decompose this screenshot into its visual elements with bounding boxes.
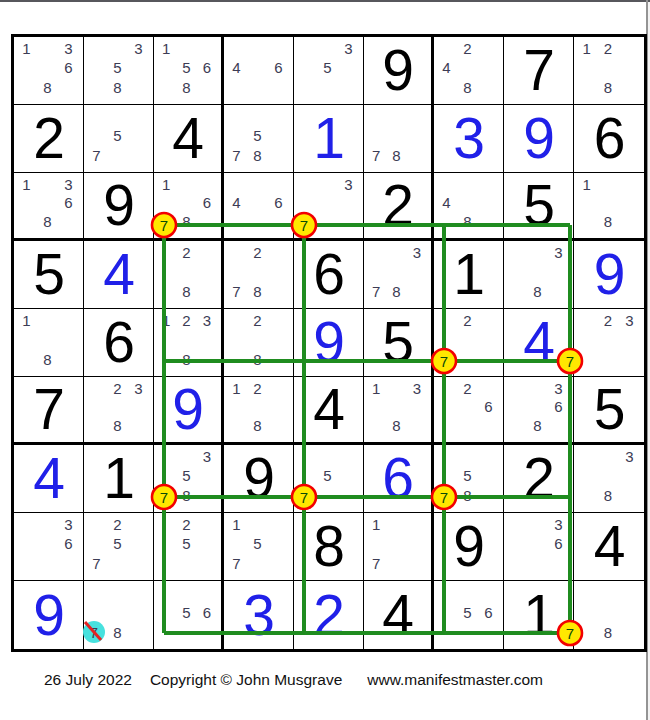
pencil-mark xyxy=(407,107,427,126)
pencil-mark xyxy=(527,262,548,281)
pencil-mark xyxy=(548,262,569,281)
cell-r9c9[interactable]: 8 xyxy=(574,581,644,649)
cell-r9c6[interactable]: 4 xyxy=(364,581,434,649)
pencil-mark xyxy=(386,379,406,398)
pencil-mark: 2 xyxy=(107,379,128,398)
pencil-mark xyxy=(107,603,128,623)
cell-r2c4[interactable]: 578 xyxy=(224,105,294,173)
pencil-mark xyxy=(548,282,569,301)
pencil-mark: 6 xyxy=(478,398,499,417)
pencil-mark xyxy=(268,416,289,435)
cell-value: 5 xyxy=(504,173,573,238)
cell-r9c7[interactable]: 56 xyxy=(434,581,504,649)
pencil-mark xyxy=(226,243,247,262)
cell-r6c8[interactable]: 368 xyxy=(504,377,574,445)
pencil-grid: 128 xyxy=(576,39,640,97)
pencil-mark xyxy=(527,398,548,417)
pencil-mark xyxy=(619,39,640,58)
pencil-mark xyxy=(16,554,37,573)
pencil-mark xyxy=(268,175,289,194)
pencil-mark xyxy=(176,175,196,194)
cell-value: 1 xyxy=(294,105,363,172)
cell-r9c2[interactable]: 8 xyxy=(84,581,154,649)
cell-r4c6[interactable]: 378 xyxy=(364,241,434,309)
pencil-mark xyxy=(457,350,478,369)
pencil-mark: 5 xyxy=(457,603,478,623)
pencil-mark xyxy=(197,515,217,534)
pencil-mark xyxy=(247,58,268,77)
pencil-grid: 278 xyxy=(226,243,289,301)
pencil-mark: 6 xyxy=(548,534,569,553)
pencil-mark xyxy=(457,447,478,466)
cell-r7c5[interactable]: 5 xyxy=(294,445,364,513)
pencil-grid: 38 xyxy=(506,243,569,301)
pencil-mark xyxy=(86,622,107,642)
pencil-mark xyxy=(597,194,618,213)
pencil-mark xyxy=(619,78,640,97)
cell-r3c8[interactable]: 5 xyxy=(504,173,574,241)
pencil-mark: 8 xyxy=(386,282,406,301)
cell-r6c2[interactable]: 238 xyxy=(84,377,154,445)
pencil-mark xyxy=(338,78,359,97)
cell-r9c8[interactable]: 1 xyxy=(504,581,574,649)
cell-r2c2[interactable]: 57 xyxy=(84,105,154,173)
cell-r4c5[interactable]: 6 xyxy=(294,241,364,309)
cell-r2c1[interactable]: 2 xyxy=(14,105,84,173)
cell-r4c3[interactable]: 28 xyxy=(154,241,224,309)
cell-r5c8[interactable]: 4 xyxy=(504,309,574,377)
cell-r1c4[interactable]: 46 xyxy=(224,37,294,105)
cell-r3c4[interactable]: 46 xyxy=(224,173,294,241)
pencil-mark xyxy=(619,350,640,369)
pencil-mark xyxy=(247,212,268,231)
pencil-mark xyxy=(548,416,569,435)
cell-r5c7[interactable]: 2 xyxy=(434,309,504,377)
pencil-mark: 1 xyxy=(366,515,386,534)
pencil-mark xyxy=(86,398,107,417)
pencil-mark xyxy=(156,466,176,485)
cell-r8c5[interactable]: 8 xyxy=(294,513,364,581)
pencil-grid: 23 xyxy=(576,311,640,369)
pencil-mark xyxy=(86,603,107,623)
pencil-grid: 368 xyxy=(506,379,569,435)
pencil-mark: 6 xyxy=(58,58,79,77)
pencil-mark xyxy=(576,603,597,623)
pencil-mark: 5 xyxy=(247,126,268,145)
pencil-mark xyxy=(296,78,317,97)
pencil-mark xyxy=(156,212,176,231)
cell-r3c5[interactable]: 3 xyxy=(294,173,364,241)
pencil-mark: 4 xyxy=(226,194,247,213)
pencil-mark xyxy=(436,175,457,194)
pencil-mark xyxy=(478,583,499,603)
pencil-mark xyxy=(37,554,58,573)
window-top-edge xyxy=(0,0,650,2)
cell-r6c9[interactable]: 5 xyxy=(574,377,644,445)
cell-value: 2 xyxy=(364,173,431,238)
cell-r8c3[interactable]: 25 xyxy=(154,513,224,581)
pencil-mark xyxy=(268,243,289,262)
cell-r1c1[interactable]: 1368 xyxy=(14,37,84,105)
pencil-mark: 7 xyxy=(226,554,247,573)
cell-r6c4[interactable]: 128 xyxy=(224,377,294,445)
pencil-mark xyxy=(527,379,548,398)
pencil-mark xyxy=(478,212,499,231)
pencil-mark: 2 xyxy=(176,243,196,262)
cell-r5c3[interactable]: 1238 xyxy=(154,309,224,377)
cell-r7c9[interactable]: 38 xyxy=(574,445,644,513)
cell-r8c7[interactable]: 9 xyxy=(434,513,504,581)
cell-value: 4 xyxy=(364,581,431,649)
pencil-grid: 2 xyxy=(436,311,499,369)
pencil-mark xyxy=(247,554,268,573)
pencil-mark xyxy=(197,243,217,262)
pencil-mark xyxy=(296,447,317,466)
pencil-grid: 578 xyxy=(226,107,289,165)
cell-r5c4[interactable]: 28 xyxy=(224,309,294,377)
pencil-mark xyxy=(296,39,317,58)
cell-value: 7 xyxy=(504,37,573,104)
pencil-mark: 8 xyxy=(386,416,406,435)
cell-r8c6[interactable]: 17 xyxy=(364,513,434,581)
cell-r7c4[interactable]: 9 xyxy=(224,445,294,513)
pencil-mark xyxy=(156,554,176,573)
pencil-mark xyxy=(156,194,176,213)
cell-r3c6[interactable]: 2 xyxy=(364,173,434,241)
pencil-mark xyxy=(268,515,289,534)
cell-r1c9[interactable]: 128 xyxy=(574,37,644,105)
cell-r6c6[interactable]: 138 xyxy=(364,377,434,445)
pencil-mark: 8 xyxy=(176,486,196,505)
pencil-mark xyxy=(457,416,478,435)
pencil-mark xyxy=(197,486,217,505)
cell-r4c1[interactable]: 5 xyxy=(14,241,84,309)
pencil-grid: 1568 xyxy=(156,39,217,97)
pencil-mark xyxy=(506,515,527,534)
pencil-mark xyxy=(317,39,338,58)
pencil-grid: 28 xyxy=(226,311,289,369)
pencil-mark xyxy=(436,398,457,417)
pencil-mark xyxy=(128,603,149,623)
cell-r2c8[interactable]: 9 xyxy=(504,105,574,173)
pencil-mark xyxy=(338,212,359,231)
pencil-mark: 1 xyxy=(16,311,37,330)
pencil-mark xyxy=(366,534,386,553)
pencil-mark xyxy=(436,311,457,330)
cell-r6c1[interactable]: 7 xyxy=(14,377,84,445)
pencil-mark: 1 xyxy=(16,39,37,58)
pencil-mark xyxy=(338,447,359,466)
cell-value: 4 xyxy=(504,309,573,376)
cell-value: 9 xyxy=(154,377,221,442)
pencil-mark xyxy=(197,39,217,58)
pencil-mark xyxy=(156,58,176,77)
cell-r8c9[interactable]: 4 xyxy=(574,513,644,581)
cell-r1c5[interactable]: 35 xyxy=(294,37,364,105)
pencil-mark xyxy=(268,126,289,145)
pencil-mark xyxy=(16,515,37,534)
pencil-mark xyxy=(597,603,618,623)
pencil-mark xyxy=(366,126,386,145)
pencil-mark xyxy=(197,282,217,301)
pencil-mark xyxy=(16,212,37,231)
pencil-mark xyxy=(386,554,406,573)
cell-r9c1[interactable]: 9 xyxy=(14,581,84,649)
cell-r3c2[interactable]: 9 xyxy=(84,173,154,241)
pencil-mark: 1 xyxy=(226,379,247,398)
pencil-mark xyxy=(16,330,37,349)
pencil-grid: 36 xyxy=(506,515,569,573)
pencil-mark xyxy=(457,398,478,417)
pencil-mark xyxy=(226,330,247,349)
pencil-mark: 6 xyxy=(268,194,289,213)
cell-r5c1[interactable]: 18 xyxy=(14,309,84,377)
pencil-mark xyxy=(156,534,176,553)
cell-value: 9 xyxy=(84,173,153,238)
cell-value: 2 xyxy=(14,105,83,172)
cell-r1c8[interactable]: 7 xyxy=(504,37,574,105)
pencil-mark xyxy=(226,398,247,417)
cell-r3c1[interactable]: 1368 xyxy=(14,173,84,241)
caption-website: www.manifestmaster.com xyxy=(367,671,543,689)
cell-r1c7[interactable]: 248 xyxy=(434,37,504,105)
pencil-mark xyxy=(436,486,457,505)
pencil-grid: 38 xyxy=(576,447,640,505)
pencil-mark: 3 xyxy=(197,447,217,466)
cell-r8c1[interactable]: 36 xyxy=(14,513,84,581)
pencil-mark xyxy=(366,398,386,417)
cell-r2c6[interactable]: 78 xyxy=(364,105,434,173)
caption: 26 July 2022 Copyright © John Musgrave w… xyxy=(44,671,543,689)
cell-r2c5[interactable]: 1 xyxy=(294,105,364,173)
pencil-mark: 6 xyxy=(58,194,79,213)
pencil-mark xyxy=(407,416,427,435)
pencil-mark xyxy=(86,416,107,435)
pencil-mark: 8 xyxy=(247,146,268,165)
pencil-grid: 168 xyxy=(156,175,217,231)
pencil-mark: 3 xyxy=(619,447,640,466)
cell-r2c9[interactable]: 6 xyxy=(574,105,644,173)
pencil-grid: 46 xyxy=(226,175,289,231)
cell-r4c4[interactable]: 278 xyxy=(224,241,294,309)
pencil-mark xyxy=(37,194,58,213)
pencil-mark xyxy=(197,554,217,573)
cell-r5c5[interactable]: 9 xyxy=(294,309,364,377)
cell-r9c4[interactable]: 3 xyxy=(224,581,294,649)
pencil-mark xyxy=(478,466,499,485)
pencil-mark: 6 xyxy=(478,603,499,623)
cell-r7c7[interactable]: 58 xyxy=(434,445,504,513)
pencil-mark: 3 xyxy=(128,39,149,58)
pencil-mark xyxy=(317,194,338,213)
cell-r5c6[interactable]: 5 xyxy=(364,309,434,377)
pencil-mark xyxy=(107,398,128,417)
pencil-mark xyxy=(37,330,58,349)
cell-r9c5[interactable]: 2 xyxy=(294,581,364,649)
pencil-mark xyxy=(226,416,247,435)
pencil-mark xyxy=(128,583,149,603)
pencil-mark xyxy=(407,282,427,301)
pencil-mark xyxy=(576,330,597,349)
pencil-grid: 8 xyxy=(576,583,640,642)
pencil-grid: 78 xyxy=(366,107,427,165)
cell-r8c8[interactable]: 36 xyxy=(504,513,574,581)
pencil-grid: 128 xyxy=(226,379,289,435)
pencil-mark: 8 xyxy=(597,78,618,97)
pencil-mark xyxy=(597,350,618,369)
pencil-mark xyxy=(386,534,406,553)
pencil-mark: 3 xyxy=(338,39,359,58)
pencil-mark xyxy=(478,78,499,97)
pencil-mark: 1 xyxy=(156,311,176,330)
pencil-mark xyxy=(436,583,457,603)
cell-r8c4[interactable]: 157 xyxy=(224,513,294,581)
pencil-mark: 3 xyxy=(548,515,569,534)
pencil-mark xyxy=(86,583,107,603)
cell-r4c9[interactable]: 9 xyxy=(574,241,644,309)
pencil-mark xyxy=(597,583,618,603)
pencil-mark xyxy=(58,350,79,369)
pencil-mark xyxy=(197,622,217,642)
pencil-mark xyxy=(128,534,149,553)
cell-r8c2[interactable]: 257 xyxy=(84,513,154,581)
pencil-mark: 2 xyxy=(247,379,268,398)
pencil-mark xyxy=(37,534,58,553)
cell-r4c8[interactable]: 38 xyxy=(504,241,574,309)
pencil-mark: 8 xyxy=(107,78,128,97)
cell-r5c2[interactable]: 6 xyxy=(84,309,154,377)
cell-r6c3[interactable]: 9 xyxy=(154,377,224,445)
pencil-mark xyxy=(226,212,247,231)
pencil-mark xyxy=(156,262,176,281)
pencil-mark xyxy=(176,583,196,603)
cell-r2c3[interactable]: 4 xyxy=(154,105,224,173)
cell-r7c6[interactable]: 6 xyxy=(364,445,434,513)
pencil-mark xyxy=(386,398,406,417)
pencil-mark xyxy=(86,379,107,398)
cell-r3c9[interactable]: 18 xyxy=(574,173,644,241)
pencil-mark xyxy=(407,146,427,165)
pencil-mark xyxy=(619,194,640,213)
pencil-mark xyxy=(176,554,196,573)
pencil-grid: 238 xyxy=(86,379,149,435)
caption-copyright: Copyright © John Musgrave xyxy=(150,671,342,689)
pencil-mark xyxy=(527,554,548,573)
cell-r7c2[interactable]: 1 xyxy=(84,445,154,513)
pencil-mark: 5 xyxy=(317,466,338,485)
pencil-mark xyxy=(128,58,149,77)
cell-value: 9 xyxy=(434,513,503,580)
pencil-grid: 28 xyxy=(156,243,217,301)
pencil-mark xyxy=(128,554,149,573)
pencil-mark xyxy=(247,262,268,281)
pencil-mark xyxy=(226,78,247,97)
cell-r3c3[interactable]: 168 xyxy=(154,173,224,241)
cell-r2c7[interactable]: 3 xyxy=(434,105,504,173)
pencil-mark: 8 xyxy=(597,212,618,231)
pencil-mark: 1 xyxy=(16,175,37,194)
pencil-mark xyxy=(338,194,359,213)
pencil-mark: 3 xyxy=(338,175,359,194)
pencil-mark xyxy=(457,175,478,194)
pencil-mark xyxy=(197,212,217,231)
pencil-mark: 8 xyxy=(527,282,548,301)
cell-r5c9[interactable]: 23 xyxy=(574,309,644,377)
pencil-mark xyxy=(16,534,37,553)
cell-value: 3 xyxy=(224,581,293,649)
cell-r1c6[interactable]: 9 xyxy=(364,37,434,105)
cell-r7c3[interactable]: 358 xyxy=(154,445,224,513)
pencil-mark: 2 xyxy=(597,39,618,58)
pencil-mark xyxy=(156,583,176,603)
cell-r7c1[interactable]: 4 xyxy=(14,445,84,513)
pencil-mark: 3 xyxy=(548,243,569,262)
pencil-mark: 3 xyxy=(58,515,79,534)
pencil-grid: 18 xyxy=(16,311,79,369)
pencil-mark xyxy=(506,379,527,398)
cell-r4c7[interactable]: 1 xyxy=(434,241,504,309)
pencil-mark: 1 xyxy=(156,175,176,194)
pencil-mark: 7 xyxy=(226,146,247,165)
pencil-mark xyxy=(58,330,79,349)
pencil-mark: 8 xyxy=(107,622,128,642)
pencil-mark xyxy=(268,350,289,369)
pencil-mark: 8 xyxy=(247,350,268,369)
pencil-mark xyxy=(576,583,597,603)
pencil-grid: 1368 xyxy=(16,39,79,97)
pencil-mark xyxy=(619,58,640,77)
cell-r6c5[interactable]: 4 xyxy=(294,377,364,445)
pencil-mark xyxy=(478,416,499,435)
cell-value: 9 xyxy=(14,581,83,649)
pencil-mark: 5 xyxy=(317,58,338,77)
cell-r7c8[interactable]: 2 xyxy=(504,445,574,513)
pencil-mark xyxy=(197,583,217,603)
cell-r9c3[interactable]: 56 xyxy=(154,581,224,649)
pencil-mark xyxy=(58,212,79,231)
pencil-grid: 1238 xyxy=(156,311,217,369)
pencil-mark: 1 xyxy=(576,175,597,194)
pencil-mark xyxy=(478,447,499,466)
cell-value: 1 xyxy=(84,445,153,512)
pencil-mark: 6 xyxy=(58,534,79,553)
cell-r1c2[interactable]: 358 xyxy=(84,37,154,105)
pencil-mark xyxy=(156,350,176,369)
pencil-mark xyxy=(457,583,478,603)
cell-r4c2[interactable]: 4 xyxy=(84,241,154,309)
pencil-mark xyxy=(317,486,338,505)
pencil-mark xyxy=(576,212,597,231)
pencil-mark: 1 xyxy=(366,379,386,398)
pencil-mark xyxy=(436,416,457,435)
cell-r3c7[interactable]: 48 xyxy=(434,173,504,241)
pencil-mark: 2 xyxy=(597,311,618,330)
pencil-mark xyxy=(128,146,149,165)
pencil-mark xyxy=(436,622,457,642)
pencil-mark xyxy=(128,515,149,534)
pencil-mark xyxy=(478,58,499,77)
pencil-mark xyxy=(156,78,176,97)
pencil-mark xyxy=(37,311,58,330)
cell-r6c7[interactable]: 26 xyxy=(434,377,504,445)
pencil-mark: 8 xyxy=(107,416,128,435)
pencil-mark xyxy=(386,107,406,126)
pencil-mark xyxy=(176,194,196,213)
pencil-mark xyxy=(576,58,597,77)
cell-r1c3[interactable]: 1568 xyxy=(154,37,224,105)
pencil-mark xyxy=(436,39,457,58)
pencil-mark xyxy=(619,486,640,505)
